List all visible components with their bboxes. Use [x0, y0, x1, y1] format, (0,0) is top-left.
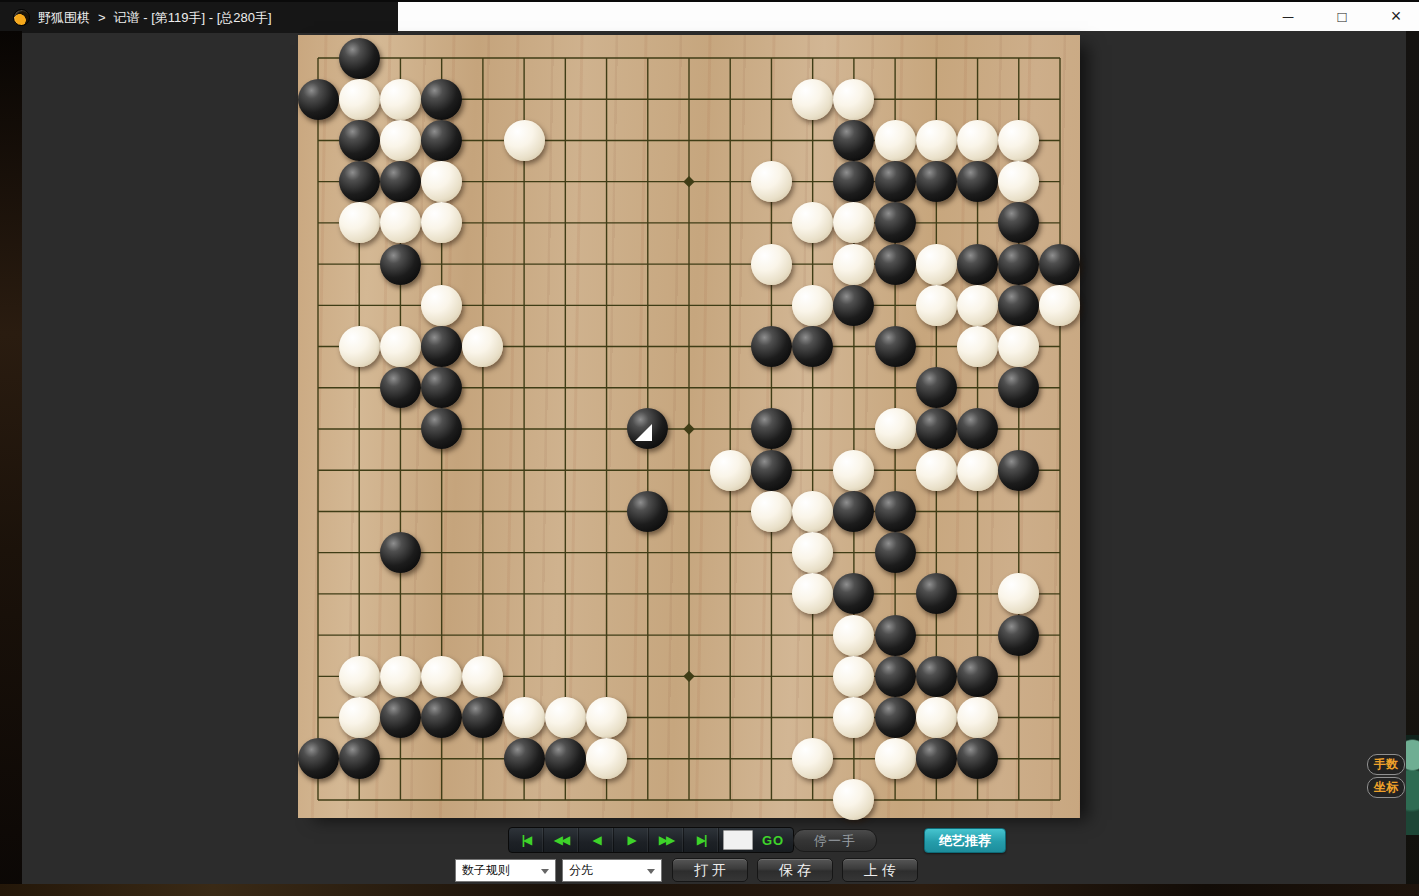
komi-dropdown[interactable]: 分先: [562, 859, 662, 882]
background-left-edge: [0, 31, 22, 896]
white-stone: [339, 202, 380, 243]
white-stone: [833, 656, 874, 697]
white-stone: [957, 285, 998, 326]
black-stone: [504, 738, 545, 779]
white-stone: [833, 450, 874, 491]
upload-button[interactable]: 上传: [842, 858, 918, 882]
white-stone: [792, 79, 833, 120]
white-stone: [957, 697, 998, 738]
white-stone: [875, 120, 916, 161]
black-stone: [916, 573, 957, 614]
white-stone: [380, 326, 421, 367]
white-stone: [462, 656, 503, 697]
white-stone: [751, 244, 792, 285]
black-stone: [1039, 244, 1080, 285]
window-title: 记谱 - [第119手] - [总280手]: [114, 9, 272, 27]
backward-button[interactable]: ◀: [579, 828, 614, 852]
background-bottom-photo: [0, 884, 1419, 896]
black-stone: [916, 738, 957, 779]
black-stone: [875, 161, 916, 202]
white-stone: [339, 79, 380, 120]
black-stone: [875, 326, 916, 367]
white-stone: [957, 326, 998, 367]
last-move-triangle-marker: [627, 408, 668, 449]
black-stone: [545, 738, 586, 779]
white-stone: [916, 285, 957, 326]
black-stone: [957, 656, 998, 697]
last-button[interactable]: ▶|: [684, 828, 719, 852]
black-stone: [875, 697, 916, 738]
maximize-icon[interactable]: □: [1331, 2, 1353, 31]
white-stone: [504, 697, 545, 738]
black-stone: [875, 656, 916, 697]
white-stone: [586, 697, 627, 738]
black-stone: [380, 697, 421, 738]
white-stone: [792, 491, 833, 532]
rules-dropdown[interactable]: 数子规则: [455, 859, 556, 882]
white-stone: [380, 656, 421, 697]
white-stone: [339, 697, 380, 738]
first-button[interactable]: |◀: [509, 828, 544, 852]
black-stone: [380, 244, 421, 285]
black-stone: [339, 38, 380, 79]
move-number-input[interactable]: [723, 830, 753, 850]
white-stone: [421, 656, 462, 697]
white-stone: [957, 450, 998, 491]
save-button[interactable]: 保存: [757, 858, 833, 882]
black-stone: [957, 161, 998, 202]
fast-backward-button[interactable]: ◀◀: [544, 828, 579, 852]
white-stone: [916, 244, 957, 285]
forward-button[interactable]: ▶: [614, 828, 649, 852]
minimize-icon[interactable]: ─: [1277, 2, 1299, 31]
black-stone: [627, 491, 668, 532]
black-stone: [833, 285, 874, 326]
black-stone: [627, 408, 668, 449]
white-stone: [710, 450, 751, 491]
black-stone: [998, 450, 1039, 491]
chevron-down-icon: [541, 869, 549, 874]
black-stone: [875, 244, 916, 285]
black-stone: [875, 532, 916, 573]
black-stone: [298, 738, 339, 779]
app-name: 野狐围棋: [38, 9, 90, 27]
white-stone: [339, 326, 380, 367]
white-stone: [751, 161, 792, 202]
ai-recommend-button[interactable]: 绝艺推荐: [924, 828, 1006, 853]
black-stone: [751, 326, 792, 367]
white-stone: [421, 285, 462, 326]
white-stone: [751, 491, 792, 532]
black-stone: [998, 615, 1039, 656]
black-stone: [339, 161, 380, 202]
black-stone: [380, 367, 421, 408]
black-stone: [916, 367, 957, 408]
black-stone: [380, 532, 421, 573]
go-board[interactable]: [298, 35, 1080, 818]
move-navigation-bar: |◀◀◀◀▶▶▶▶| GO: [508, 827, 794, 853]
komi-dropdown-value: 分先: [569, 862, 593, 879]
window-controls: ─ □ ×: [1277, 2, 1407, 31]
title-bar: 野狐围棋 > 记谱 - [第119手] - [总280手] ─ □ ×: [0, 0, 1419, 31]
coordinates-toggle[interactable]: 坐标: [1367, 777, 1405, 798]
white-stone: [875, 738, 916, 779]
white-stone: [792, 285, 833, 326]
black-stone: [421, 79, 462, 120]
black-stone: [916, 656, 957, 697]
white-stone: [833, 244, 874, 285]
white-stone: [875, 408, 916, 449]
white-stone: [957, 120, 998, 161]
white-stone: [998, 120, 1039, 161]
white-stone: [504, 120, 545, 161]
white-stone: [380, 120, 421, 161]
white-stone: [833, 79, 874, 120]
title-bar-left: 野狐围棋 > 记谱 - [第119手] - [总280手]: [0, 2, 398, 33]
black-stone: [339, 738, 380, 779]
black-stone: [380, 161, 421, 202]
black-stone: [875, 491, 916, 532]
black-stone: [421, 697, 462, 738]
black-stone: [751, 450, 792, 491]
black-stone: [957, 244, 998, 285]
rules-dropdown-value: 数子规则: [462, 862, 510, 879]
black-stone: [298, 79, 339, 120]
fast-forward-button[interactable]: ▶▶: [649, 828, 684, 852]
app-logo-icon: [13, 9, 30, 26]
white-stone: [339, 656, 380, 697]
breadcrumb-separator: >: [98, 10, 106, 25]
black-stone: [421, 326, 462, 367]
white-stone: [916, 120, 957, 161]
black-stone: [792, 326, 833, 367]
background-photo-sliver: [1406, 735, 1419, 835]
white-stone: [380, 79, 421, 120]
pass-button[interactable]: 停一手: [793, 829, 877, 852]
black-stone: [875, 615, 916, 656]
white-stone: [545, 697, 586, 738]
black-stone: [421, 120, 462, 161]
white-stone: [916, 697, 957, 738]
black-stone: [998, 285, 1039, 326]
go-button[interactable]: GO: [753, 833, 793, 848]
black-stone: [339, 120, 380, 161]
open-button[interactable]: 打开: [672, 858, 748, 882]
close-icon[interactable]: ×: [1385, 2, 1407, 31]
black-stone: [916, 161, 957, 202]
move-numbers-toggle[interactable]: 手数: [1367, 754, 1405, 775]
white-stone: [833, 615, 874, 656]
white-stone: [916, 450, 957, 491]
black-stone: [875, 202, 916, 243]
black-stone: [998, 244, 1039, 285]
chevron-down-icon: [647, 869, 655, 874]
